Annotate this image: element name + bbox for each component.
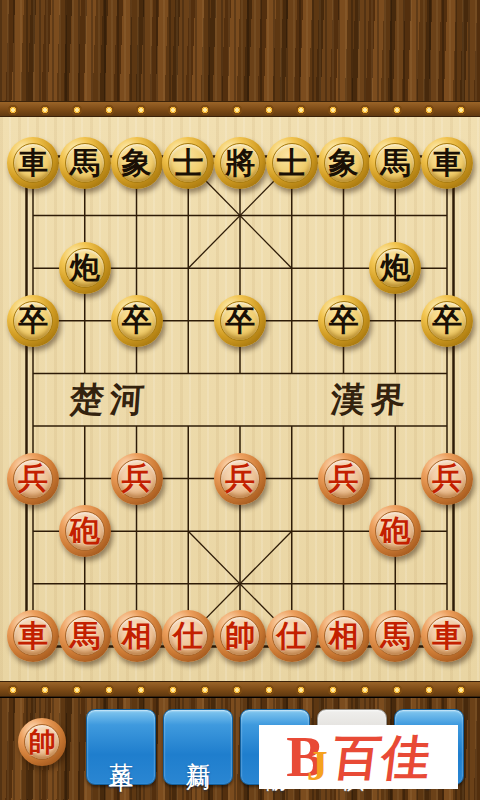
piece-glyph: 士 [266,137,318,189]
xiangqi-board[interactable]: 楚河 漢界 車馬象士將士象馬車炮炮卒卒卒卒卒兵兵兵兵兵砲砲車馬相仕帥仕相馬車 [0,117,480,681]
piece-black-horse[interactable]: 馬 [59,137,111,189]
piece-glyph: 車 [7,610,59,662]
piece-glyph: 仕 [266,610,318,662]
piece-black-soldier[interactable]: 卒 [318,295,370,347]
piece-red-soldier[interactable]: 兵 [214,453,266,505]
top-wood-frame [0,0,480,102]
piece-black-soldier[interactable]: 卒 [111,295,163,347]
piece-black-elephant[interactable]: 象 [318,137,370,189]
piece-red-soldier[interactable]: 兵 [421,453,473,505]
bottom-bar: 帥 菜单 新局 认输 悔棋 提示 B J 百佳 [0,698,480,800]
piece-red-horse[interactable]: 馬 [59,610,111,662]
piece-glyph: 兵 [421,453,473,505]
piece-glyph: 兵 [7,453,59,505]
piece-glyph: 砲 [369,505,421,557]
logo-text: 百佳 [330,732,434,782]
piece-black-chariot[interactable]: 車 [7,137,59,189]
piece-red-cannon[interactable]: 砲 [59,505,111,557]
piece-black-horse[interactable]: 馬 [369,137,421,189]
piece-glyph: 車 [7,137,59,189]
river-label-han: 漢界 [329,373,413,425]
piece-red-advisor[interactable]: 仕 [266,610,318,662]
piece-glyph: 炮 [59,242,111,294]
turn-indicator-piece: 帥 [18,718,66,766]
piece-red-general[interactable]: 帥 [214,610,266,662]
river-label-chu: 楚河 [68,373,152,425]
turn-indicator-glyph: 帥 [18,718,66,766]
piece-glyph: 相 [111,610,163,662]
piece-red-soldier[interactable]: 兵 [7,453,59,505]
baijia-ad-logo: B J 百佳 [259,725,458,789]
piece-glyph: 帥 [214,610,266,662]
piece-glyph: 馬 [59,137,111,189]
piece-red-elephant[interactable]: 相 [111,610,163,662]
piece-glyph: 兵 [111,453,163,505]
piece-red-elephant[interactable]: 相 [318,610,370,662]
piece-glyph: 將 [214,137,266,189]
piece-black-soldier[interactable]: 卒 [421,295,473,347]
piece-glyph: 卒 [7,295,59,347]
piece-red-soldier[interactable]: 兵 [318,453,370,505]
piece-glyph: 卒 [214,295,266,347]
piece-glyph: 馬 [369,610,421,662]
menu-button[interactable]: 菜单 [86,709,156,785]
new-game-button-label: 新局 [182,742,215,752]
piece-glyph: 馬 [59,610,111,662]
piece-black-soldier[interactable]: 卒 [214,295,266,347]
piece-glyph: 車 [421,610,473,662]
menu-button-label: 菜单 [105,742,138,752]
piece-glyph: 兵 [214,453,266,505]
piece-red-chariot[interactable]: 車 [7,610,59,662]
piece-black-cannon[interactable]: 炮 [59,242,111,294]
piece-glyph: 砲 [59,505,111,557]
piece-glyph: 車 [421,137,473,189]
piece-black-general[interactable]: 將 [214,137,266,189]
piece-glyph: 卒 [111,295,163,347]
piece-glyph: 炮 [369,242,421,294]
piece-black-advisor[interactable]: 士 [266,137,318,189]
piece-black-soldier[interactable]: 卒 [7,295,59,347]
piece-glyph: 象 [111,137,163,189]
piece-black-chariot[interactable]: 車 [421,137,473,189]
bottom-rivet-strip [0,681,480,697]
piece-red-horse[interactable]: 馬 [369,610,421,662]
piece-black-advisor[interactable]: 士 [162,137,214,189]
piece-glyph: 卒 [421,295,473,347]
piece-glyph: 士 [162,137,214,189]
piece-glyph: 相 [318,610,370,662]
piece-glyph: 卒 [318,295,370,347]
top-rivet-strip [0,101,480,117]
logo-letter-j: J [307,745,328,787]
piece-black-elephant[interactable]: 象 [111,137,163,189]
piece-red-soldier[interactable]: 兵 [111,453,163,505]
piece-glyph: 仕 [162,610,214,662]
piece-glyph: 象 [318,137,370,189]
piece-red-chariot[interactable]: 車 [421,610,473,662]
piece-red-advisor[interactable]: 仕 [162,610,214,662]
xiangqi-app: 楚河 漢界 車馬象士將士象馬車炮炮卒卒卒卒卒兵兵兵兵兵砲砲車馬相仕帥仕相馬車 帥… [0,0,480,800]
piece-red-cannon[interactable]: 砲 [369,505,421,557]
piece-glyph: 馬 [369,137,421,189]
piece-glyph: 兵 [318,453,370,505]
new-game-button[interactable]: 新局 [163,709,233,785]
piece-black-cannon[interactable]: 炮 [369,242,421,294]
